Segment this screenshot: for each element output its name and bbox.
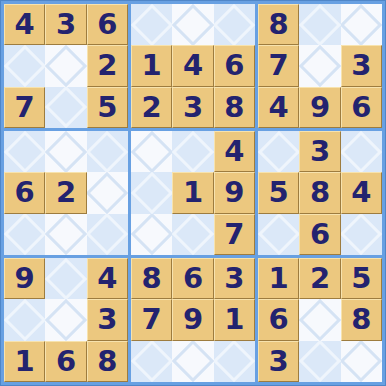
diamond-icon	[341, 4, 382, 45]
diamond-icon	[172, 131, 213, 172]
cell-r5c1: 6	[4, 172, 45, 213]
diamond-icon	[131, 214, 172, 255]
cell-r3c6: 8	[214, 87, 255, 128]
diamond-icon	[87, 214, 128, 255]
cell-r1c2: 3	[45, 4, 86, 45]
cell-r6c8: 6	[299, 214, 340, 255]
cell-r3c8: 9	[299, 87, 340, 128]
diamond-icon	[299, 341, 340, 382]
cell-r5c8: 8	[299, 172, 340, 213]
cell-r8c7: 6	[258, 299, 299, 340]
cell-r9c2: 6	[45, 341, 86, 382]
diamond-icon	[4, 45, 45, 86]
diamond-icon	[299, 45, 340, 86]
cell-r7c6: 3	[214, 258, 255, 299]
cell-r8c2[interactable]	[45, 299, 86, 340]
cell-r9c7: 3	[258, 341, 299, 382]
cell-r6c4[interactable]	[131, 214, 172, 255]
cell-r6c9[interactable]	[341, 214, 382, 255]
diamond-icon	[299, 299, 340, 340]
cell-r6c6: 7	[214, 214, 255, 255]
cell-r8c6: 1	[214, 299, 255, 340]
cell-r5c6: 9	[214, 172, 255, 213]
diamond-icon	[4, 214, 45, 255]
cell-r4c9[interactable]	[341, 131, 382, 172]
box-8: 125683	[258, 258, 382, 382]
diamond-icon	[258, 131, 299, 172]
cell-r6c3[interactable]	[87, 214, 128, 255]
cell-r7c4: 8	[131, 258, 172, 299]
cell-r9c8[interactable]	[299, 341, 340, 382]
cell-r2c3: 2	[87, 45, 128, 86]
cell-r3c2[interactable]	[45, 87, 86, 128]
box-3: 62	[4, 131, 128, 255]
diamond-icon	[87, 131, 128, 172]
box-6: 943168	[4, 258, 128, 382]
cell-r3c1: 7	[4, 87, 45, 128]
cell-r2c7: 7	[258, 45, 299, 86]
cell-r1c6[interactable]	[214, 4, 255, 45]
cell-r9c6[interactable]	[214, 341, 255, 382]
diamond-icon	[131, 341, 172, 382]
cell-r5c3[interactable]	[87, 172, 128, 213]
box-0: 436275	[4, 4, 128, 128]
box-7: 863791	[131, 258, 255, 382]
cell-r9c5[interactable]	[172, 341, 213, 382]
cell-r2c1[interactable]	[4, 45, 45, 86]
cell-r4c4[interactable]	[131, 131, 172, 172]
diamond-icon	[45, 87, 86, 128]
cell-r3c9: 6	[341, 87, 382, 128]
diamond-icon	[131, 4, 172, 45]
cell-r8c9: 8	[341, 299, 382, 340]
cell-r2c5: 4	[172, 45, 213, 86]
diamond-icon	[45, 258, 86, 299]
diamond-icon	[4, 131, 45, 172]
cell-r1c4[interactable]	[131, 4, 172, 45]
cell-r6c7[interactable]	[258, 214, 299, 255]
cell-r9c1: 1	[4, 341, 45, 382]
sudoku-board: 4362751462388734966241973584694316886379…	[1, 1, 385, 385]
cell-r8c3: 3	[87, 299, 128, 340]
cell-r5c7: 5	[258, 172, 299, 213]
diamond-icon	[341, 214, 382, 255]
diamond-icon	[214, 4, 255, 45]
cell-r1c8[interactable]	[299, 4, 340, 45]
diamond-icon	[172, 341, 213, 382]
diamond-icon	[45, 131, 86, 172]
diamond-icon	[172, 214, 213, 255]
cell-r4c8: 3	[299, 131, 340, 172]
cell-r2c8[interactable]	[299, 45, 340, 86]
sudoku-app-window: 4362751462388734966241973584694316886379…	[0, 0, 386, 386]
diamond-icon	[214, 341, 255, 382]
cell-r4c3[interactable]	[87, 131, 128, 172]
cell-r4c6: 4	[214, 131, 255, 172]
cell-r3c7: 4	[258, 87, 299, 128]
diamond-icon	[45, 214, 86, 255]
cell-r4c7[interactable]	[258, 131, 299, 172]
cell-r7c3: 4	[87, 258, 128, 299]
diamond-icon	[341, 131, 382, 172]
diamond-icon	[45, 45, 86, 86]
diamond-icon	[131, 131, 172, 172]
box-1: 146238	[131, 4, 255, 128]
cell-r6c2[interactable]	[45, 214, 86, 255]
cell-r8c8[interactable]	[299, 299, 340, 340]
cell-r8c4: 7	[131, 299, 172, 340]
cell-r5c5: 1	[172, 172, 213, 213]
cell-r7c2[interactable]	[45, 258, 86, 299]
cell-r1c1: 4	[4, 4, 45, 45]
cell-r4c2[interactable]	[45, 131, 86, 172]
cell-r9c3: 8	[87, 341, 128, 382]
cell-r7c8: 2	[299, 258, 340, 299]
cell-r5c9: 4	[341, 172, 382, 213]
cell-r8c1[interactable]	[4, 299, 45, 340]
cell-r7c7: 1	[258, 258, 299, 299]
diamond-icon	[172, 4, 213, 45]
cell-r9c4[interactable]	[131, 341, 172, 382]
diamond-icon	[4, 299, 45, 340]
box-5: 35846	[258, 131, 382, 255]
cell-r1c9[interactable]	[341, 4, 382, 45]
cell-r4c5[interactable]	[172, 131, 213, 172]
diamond-icon	[299, 4, 340, 45]
cell-r2c4: 1	[131, 45, 172, 86]
diamond-icon	[341, 341, 382, 382]
cell-r3c3: 5	[87, 87, 128, 128]
cell-r4c1[interactable]	[4, 131, 45, 172]
diamond-icon	[131, 172, 172, 213]
cell-r2c9: 3	[341, 45, 382, 86]
cell-r9c9[interactable]	[341, 341, 382, 382]
diamond-icon	[45, 299, 86, 340]
cell-r1c7: 8	[258, 4, 299, 45]
cell-r1c3: 6	[87, 4, 128, 45]
cell-r7c1: 9	[4, 258, 45, 299]
box-4: 4197	[131, 131, 255, 255]
cell-r3c4: 2	[131, 87, 172, 128]
cell-r3c5: 3	[172, 87, 213, 128]
diamond-icon	[87, 172, 128, 213]
box-2: 873496	[258, 4, 382, 128]
cell-r1c5[interactable]	[172, 4, 213, 45]
diamond-icon	[258, 214, 299, 255]
cell-r6c5[interactable]	[172, 214, 213, 255]
cell-r8c5: 9	[172, 299, 213, 340]
cell-r5c4[interactable]	[131, 172, 172, 213]
cell-r7c5: 6	[172, 258, 213, 299]
cell-r2c2[interactable]	[45, 45, 86, 86]
cell-r5c2: 2	[45, 172, 86, 213]
cell-r6c1[interactable]	[4, 214, 45, 255]
cell-r2c6: 6	[214, 45, 255, 86]
cell-r7c9: 5	[341, 258, 382, 299]
